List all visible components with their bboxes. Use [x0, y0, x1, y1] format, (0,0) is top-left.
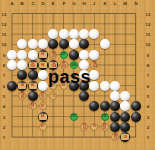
- move-number-text: 57 63: [83, 125, 86, 129]
- white-stone-G11[interactable]: [69, 29, 79, 39]
- move-number-text: 92 100: [30, 63, 34, 67]
- column-label-A: A: [9, 1, 16, 6]
- white-stone-K6[interactable]: [100, 81, 110, 91]
- column-label-C: C: [29, 1, 36, 6]
- move-number-text: 65: [41, 105, 44, 107]
- column-label-G: G: [70, 1, 77, 6]
- black-stone-C7[interactable]: [28, 70, 38, 80]
- move-number-text: 50: [124, 136, 127, 138]
- row-label-right-2: 2: [145, 125, 151, 130]
- row-label-right-1: 1: [145, 135, 151, 140]
- move-number-text: 61: [41, 126, 44, 128]
- white-stone-A8[interactable]: [7, 60, 17, 70]
- black-stone-G9[interactable]: [69, 50, 79, 60]
- move-number-text: 99 107: [51, 52, 55, 56]
- green-move-marker-F9[interactable]: 111: [60, 51, 68, 59]
- column-label-H: H: [81, 1, 88, 6]
- row-label-left-3: 3: [1, 115, 7, 120]
- move-number-text: 73: [52, 95, 55, 97]
- row-label-right-11: 11: [145, 32, 151, 37]
- green-move-marker-K3[interactable]: 115: [101, 113, 109, 121]
- white-stone-H9[interactable]: [79, 50, 89, 60]
- column-label-N: N: [132, 1, 139, 6]
- black-stone-C6[interactable]: 88: [28, 81, 38, 91]
- white-stone-L6[interactable]: [110, 81, 120, 91]
- move-number-text: 115: [103, 115, 107, 117]
- move-number-text: 111: [61, 54, 65, 56]
- black-stone-F10[interactable]: [59, 39, 69, 49]
- black-stone-C8[interactable]: 92 100: [28, 60, 38, 70]
- tan-move-marker-C4[interactable]: 69 77: [29, 102, 37, 110]
- move-number-patch: 92 100: [29, 62, 37, 68]
- move-number-text: 75 83: [21, 94, 24, 98]
- white-stone-C10[interactable]: [28, 39, 38, 49]
- column-label-L: L: [112, 1, 119, 6]
- tan-move-marker-H2[interactable]: 57 63: [80, 123, 88, 131]
- move-number-text: 88: [31, 84, 34, 86]
- move-number-text: 98: [41, 54, 44, 56]
- black-stone-N3[interactable]: [131, 112, 141, 122]
- move-number-text: 49 51: [114, 135, 117, 139]
- move-number-text: 94: [41, 64, 44, 66]
- row-label-right-3: 3: [145, 115, 151, 120]
- black-stone-C5[interactable]: [28, 91, 38, 101]
- black-stone-D3[interactable]: 64: [38, 112, 48, 122]
- black-stone-A6[interactable]: [7, 81, 17, 91]
- tan-move-marker-K2[interactable]: 53 59: [101, 123, 109, 131]
- row-label-left-6: 6: [1, 84, 7, 89]
- row-label-left-2: 2: [1, 125, 7, 130]
- white-stone-A9[interactable]: [7, 50, 17, 60]
- move-number-text: 55: [93, 126, 96, 128]
- move-number-text: 53 59: [103, 125, 106, 129]
- row-label-right-12: 12: [145, 22, 151, 27]
- green-move-marker-G3[interactable]: 113: [70, 113, 78, 121]
- black-stone-H5[interactable]: [79, 91, 89, 101]
- move-number-text: 64: [41, 115, 44, 117]
- black-stone-L2[interactable]: [110, 122, 120, 132]
- move-number-patch: 94: [39, 62, 47, 68]
- move-number-patch: 64: [39, 114, 47, 120]
- black-stone-D9[interactable]: 98: [38, 50, 48, 60]
- row-label-right-9: 9: [145, 53, 151, 58]
- black-stone-L3[interactable]: [110, 112, 120, 122]
- row-label-left-9: 9: [1, 53, 7, 58]
- row-label-left-5: 5: [1, 94, 7, 99]
- white-stone-C9[interactable]: [28, 50, 38, 60]
- column-label-F: F: [60, 1, 67, 6]
- row-label-right-5: 5: [145, 94, 151, 99]
- row-label-right-7: 7: [145, 73, 151, 78]
- black-stone-K4[interactable]: [100, 101, 110, 111]
- column-label-D: D: [40, 1, 47, 6]
- column-label-B: B: [19, 1, 26, 6]
- white-stone-B9[interactable]: [17, 50, 27, 60]
- move-number-text: 86: [21, 84, 24, 86]
- row-label-right-10: 10: [145, 42, 151, 47]
- move-number-text: 71 79: [41, 94, 44, 98]
- column-label-M: M: [122, 1, 129, 6]
- pass-label: pass: [48, 68, 91, 86]
- move-number-patch: 98: [39, 52, 47, 58]
- row-label-right-6: 6: [145, 84, 151, 89]
- tan-move-marker-D2[interactable]: 61: [39, 123, 47, 131]
- tan-move-marker-D5[interactable]: 71 79: [39, 92, 47, 100]
- go-board[interactable]: 9899 10711192 1009496 10497 10510995 103…: [0, 0, 155, 150]
- move-number-patch: 86: [18, 83, 26, 89]
- row-label-right-13: 13: [145, 12, 151, 17]
- column-label-J: J: [91, 1, 98, 6]
- move-number-text: 69 77: [31, 104, 34, 108]
- tan-move-marker-E9[interactable]: 99 107: [49, 51, 57, 59]
- white-stone-D6[interactable]: [38, 81, 48, 91]
- move-number-text: 109: [72, 64, 76, 66]
- white-stone-F11[interactable]: [59, 29, 69, 39]
- black-stone-M3[interactable]: [120, 112, 130, 122]
- move-number-patch: 50: [121, 134, 129, 140]
- row-label-right-4: 4: [145, 104, 151, 109]
- column-label-E: E: [50, 1, 57, 6]
- column-label-K: K: [101, 1, 108, 6]
- black-stone-N4[interactable]: [131, 101, 141, 111]
- row-label-left-13: 13: [1, 12, 7, 17]
- black-stone-D8[interactable]: 94: [38, 60, 48, 70]
- move-number-text: 95 103: [92, 63, 96, 67]
- row-label-left-12: 12: [1, 22, 7, 27]
- row-label-left-10: 10: [1, 42, 7, 47]
- move-number-text: 113: [72, 115, 76, 117]
- row-label-left-7: 7: [1, 73, 7, 78]
- row-label-right-8: 8: [145, 63, 151, 68]
- row-label-left-1: 1: [1, 135, 7, 140]
- row-label-left-8: 8: [1, 63, 7, 68]
- row-label-left-4: 4: [1, 104, 7, 109]
- white-stone-L5[interactable]: [110, 91, 120, 101]
- row-label-left-11: 11: [1, 32, 7, 37]
- black-stone-B6[interactable]: 86: [17, 81, 27, 91]
- move-number-patch: 88: [29, 83, 37, 89]
